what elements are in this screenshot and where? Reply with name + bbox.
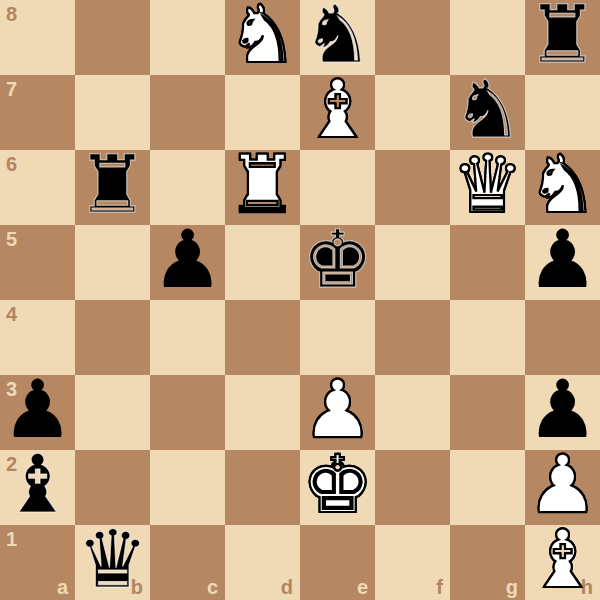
square-a1[interactable]: 1a (0, 525, 75, 600)
square-f1[interactable]: f (375, 525, 450, 600)
square-c2[interactable] (150, 450, 225, 525)
square-e5[interactable]: ♚ (300, 225, 375, 300)
square-a8[interactable]: 8 (0, 0, 75, 75)
square-e2[interactable]: ♚ (300, 450, 375, 525)
piece-black-pawn-h5[interactable]: ♟ (527, 220, 599, 300)
rank-label-7: 7 (6, 79, 17, 99)
square-d1[interactable]: d (225, 525, 300, 600)
file-label-g: g (506, 577, 518, 597)
square-f7[interactable] (375, 75, 450, 150)
square-a2[interactable]: 2♝ (0, 450, 75, 525)
rank-label-1: 1 (6, 529, 17, 549)
square-e1[interactable]: e (300, 525, 375, 600)
piece-white-queen-g6[interactable]: ♛ (452, 145, 524, 225)
square-f3[interactable] (375, 375, 450, 450)
square-d6[interactable]: ♜ (225, 150, 300, 225)
square-g5[interactable] (450, 225, 525, 300)
square-b6[interactable]: ♜ (75, 150, 150, 225)
square-c8[interactable] (150, 0, 225, 75)
square-b5[interactable] (75, 225, 150, 300)
rank-label-8: 8 (6, 4, 17, 24)
chess-board: 8♞♞♜7♝♞6♜♜♛♞5♟♚♟43♟♟♟2♝♚♟1ab♛cdefgh♝ (0, 0, 600, 600)
rank-label-5: 5 (6, 229, 17, 249)
square-g4[interactable] (450, 300, 525, 375)
square-h5[interactable]: ♟ (525, 225, 600, 300)
piece-black-bishop-a2[interactable]: ♝ (2, 445, 74, 525)
square-g3[interactable] (450, 375, 525, 450)
square-h8[interactable]: ♜ (525, 0, 600, 75)
piece-white-bishop-e7[interactable]: ♝ (302, 70, 374, 150)
square-c7[interactable] (150, 75, 225, 150)
square-d8[interactable]: ♞ (225, 0, 300, 75)
square-b1[interactable]: b♛ (75, 525, 150, 600)
square-f2[interactable] (375, 450, 450, 525)
square-c3[interactable] (150, 375, 225, 450)
square-g1[interactable]: g (450, 525, 525, 600)
file-label-d: d (281, 577, 293, 597)
piece-black-queen-b1[interactable]: ♛ (77, 520, 149, 600)
square-b8[interactable] (75, 0, 150, 75)
piece-white-king-e2[interactable]: ♚ (302, 445, 374, 525)
piece-black-king-e5[interactable]: ♚ (302, 220, 374, 300)
square-a7[interactable]: 7 (0, 75, 75, 150)
piece-black-rook-h8[interactable]: ♜ (527, 0, 599, 75)
square-c5[interactable]: ♟ (150, 225, 225, 300)
square-c1[interactable]: c (150, 525, 225, 600)
square-f8[interactable] (375, 0, 450, 75)
piece-white-knight-d8[interactable]: ♞ (227, 0, 299, 75)
square-a5[interactable]: 5 (0, 225, 75, 300)
file-label-a: a (57, 577, 68, 597)
rank-label-4: 4 (6, 304, 17, 324)
piece-white-bishop-h1[interactable]: ♝ (527, 520, 599, 600)
piece-black-rook-b6[interactable]: ♜ (77, 145, 149, 225)
file-label-e: e (357, 577, 368, 597)
square-d3[interactable] (225, 375, 300, 450)
square-f6[interactable] (375, 150, 450, 225)
square-f5[interactable] (375, 225, 450, 300)
square-h1[interactable]: h♝ (525, 525, 600, 600)
file-label-f: f (436, 577, 443, 597)
square-c4[interactable] (150, 300, 225, 375)
square-b4[interactable] (75, 300, 150, 375)
piece-black-pawn-c5[interactable]: ♟ (152, 220, 224, 300)
square-b3[interactable] (75, 375, 150, 450)
square-d5[interactable] (225, 225, 300, 300)
file-label-c: c (207, 577, 218, 597)
square-d2[interactable] (225, 450, 300, 525)
square-e7[interactable]: ♝ (300, 75, 375, 150)
square-d4[interactable] (225, 300, 300, 375)
piece-white-rook-d6[interactable]: ♜ (227, 145, 299, 225)
square-g2[interactable] (450, 450, 525, 525)
square-a6[interactable]: 6 (0, 150, 75, 225)
square-g6[interactable]: ♛ (450, 150, 525, 225)
square-f4[interactable] (375, 300, 450, 375)
rank-label-6: 6 (6, 154, 17, 174)
